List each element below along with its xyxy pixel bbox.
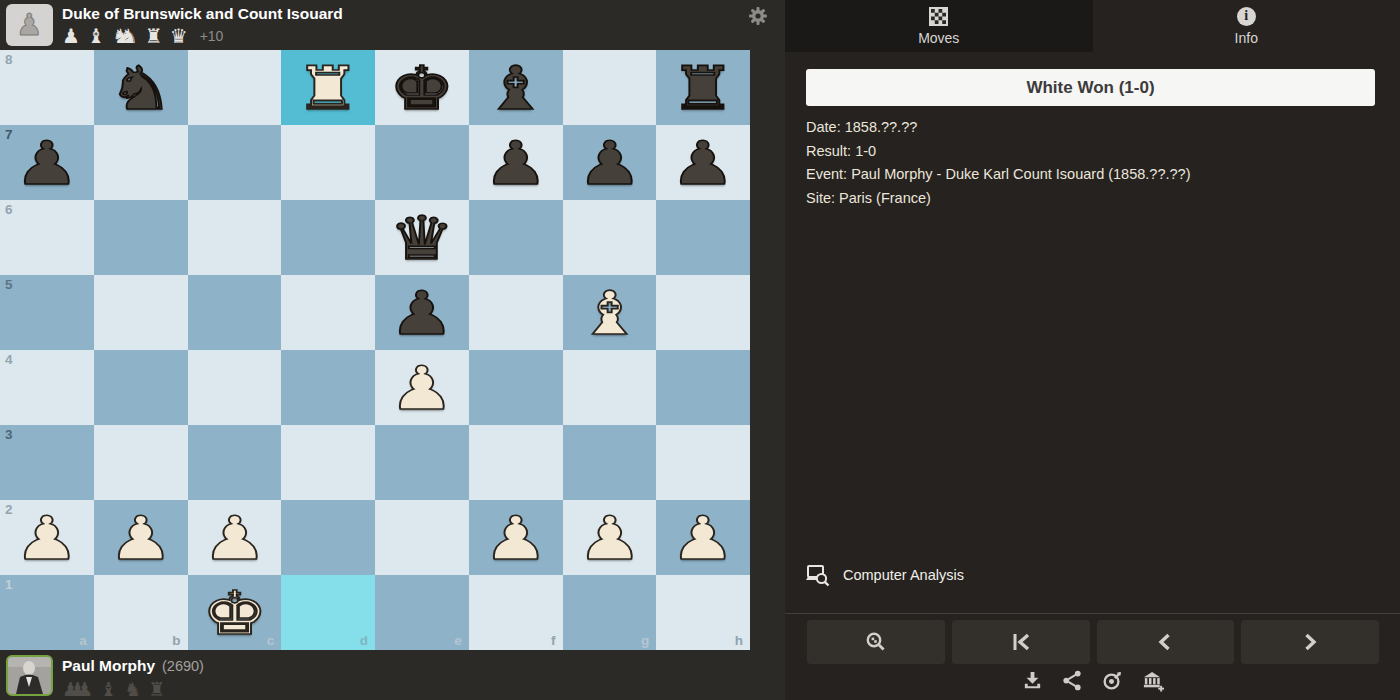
- square-f1[interactable]: f: [469, 575, 563, 650]
- board-area: ♟ Duke of Brunswick and Count Isouard ♟♝…: [0, 0, 785, 700]
- captured-knight-x2: ♞♞: [112, 26, 138, 46]
- square-f6[interactable]: [469, 200, 563, 275]
- download-icon[interactable]: [1021, 668, 1045, 692]
- square-d4[interactable]: [281, 350, 375, 425]
- game-info-list: Date: 1858.??.??Result: 1-0Event: Paul M…: [806, 116, 1386, 210]
- square-e1[interactable]: e: [375, 575, 469, 650]
- square-a5[interactable]: 5: [0, 275, 94, 350]
- file-label-e: e: [454, 633, 462, 648]
- piece-white-pawn[interactable]: ♟: [646, 500, 760, 575]
- chevron-right-icon: [1298, 630, 1322, 654]
- square-d7[interactable]: [281, 125, 375, 200]
- square-a6[interactable]: 6: [0, 200, 94, 275]
- square-f8[interactable]: ♝: [469, 50, 563, 125]
- square-a2[interactable]: 2♟: [0, 500, 94, 575]
- checkerboard-icon: [929, 7, 948, 26]
- rank-label-6: 6: [5, 202, 13, 217]
- square-a3[interactable]: 3: [0, 425, 94, 500]
- square-g4[interactable]: [563, 350, 657, 425]
- square-c4[interactable]: [188, 350, 282, 425]
- file-label-h: h: [735, 633, 743, 648]
- square-g6[interactable]: [563, 200, 657, 275]
- square-h1[interactable]: h: [656, 575, 750, 650]
- square-g5[interactable]: ♝: [563, 275, 657, 350]
- square-e5[interactable]: ♟: [375, 275, 469, 350]
- pawn-avatar-icon: ♟: [16, 10, 43, 40]
- captured-knight: ♞: [124, 680, 141, 699]
- bottom-player-rating: (2690): [162, 658, 204, 674]
- square-c2[interactable]: ♟: [188, 500, 282, 575]
- top-player-bar: ♟ Duke of Brunswick and Count Isouard ♟♝…: [0, 0, 785, 50]
- square-a1[interactable]: 1a: [0, 575, 94, 650]
- square-h6[interactable]: [656, 200, 750, 275]
- square-f4[interactable]: [469, 350, 563, 425]
- top-player-captured-pieces: ♟♝♞♞♜♛+10: [62, 24, 223, 48]
- square-c1[interactable]: c♚: [188, 575, 282, 650]
- action-icons-row: [785, 668, 1400, 692]
- square-h3[interactable]: [656, 425, 750, 500]
- bottom-player-bar: Paul Morphy(2690) ♟♟♟♝♞♜: [0, 650, 785, 700]
- move-navigation: [807, 620, 1379, 664]
- piece-black-knight[interactable]: ♞: [83, 50, 197, 125]
- square-f2[interactable]: ♟: [469, 500, 563, 575]
- material-advantage: +10: [200, 28, 224, 44]
- piece-white-king[interactable]: ♚: [177, 575, 291, 650]
- piece-white-bishop[interactable]: ♝: [552, 275, 666, 350]
- file-label-a: a: [79, 633, 87, 648]
- piece-black-queen[interactable]: ♛: [365, 200, 479, 275]
- piece-black-pawn[interactable]: ♟: [646, 125, 760, 200]
- chevron-left-icon: [1153, 630, 1177, 654]
- share-icon[interactable]: [1061, 668, 1085, 692]
- square-c5[interactable]: [188, 275, 282, 350]
- info-row-1: Result: 1-0: [806, 140, 1386, 164]
- tab-info[interactable]: i Info: [1093, 0, 1400, 52]
- square-b5[interactable]: [94, 275, 188, 350]
- square-a7[interactable]: 7♟: [0, 125, 94, 200]
- chess-board: 8♞♜♚♝♜7♟♟♟♟6♛5♟♝4♟32♟♟♟♟♟♟1abc♚defgh: [0, 50, 750, 650]
- square-f3[interactable]: [469, 425, 563, 500]
- piece-white-pawn[interactable]: ♟: [177, 500, 291, 575]
- square-h8[interactable]: ♜: [656, 50, 750, 125]
- piece-black-pawn[interactable]: ♟: [365, 275, 479, 350]
- square-c8[interactable]: [188, 50, 282, 125]
- rank-label-8: 8: [5, 52, 13, 67]
- side-panel: Moves i Info White Won (1-0) Date: 1858.…: [785, 0, 1400, 700]
- square-c7[interactable]: [188, 125, 282, 200]
- tab-moves[interactable]: Moves: [785, 0, 1093, 52]
- info-row-0: Date: 1858.??.??: [806, 116, 1386, 140]
- square-b1[interactable]: b: [94, 575, 188, 650]
- bottom-player-name: Paul Morphy(2690): [62, 657, 204, 675]
- info-row-2: Event: Paul Morphy - Duke Karl Count Iso…: [806, 163, 1386, 187]
- captured-queen: ♛: [170, 26, 188, 46]
- tab-moves-label: Moves: [918, 30, 959, 46]
- square-c3[interactable]: [188, 425, 282, 500]
- info-row-3: Site: Paris (France): [806, 187, 1386, 211]
- analysis-board-button[interactable]: [807, 620, 945, 664]
- square-h7[interactable]: ♟: [656, 125, 750, 200]
- rank-label-1: 1: [5, 577, 13, 592]
- file-label-f: f: [551, 633, 556, 648]
- rank-label-4: 4: [5, 352, 13, 367]
- bottom-player-avatar[interactable]: [6, 655, 53, 696]
- square-b6[interactable]: [94, 200, 188, 275]
- bank-add-icon[interactable]: [1141, 668, 1165, 692]
- result-banner: White Won (1-0): [806, 69, 1375, 106]
- computer-analysis-link[interactable]: Computer Analysis: [805, 561, 964, 589]
- square-e2[interactable]: [375, 500, 469, 575]
- next-move-button[interactable]: [1241, 620, 1379, 664]
- square-g7[interactable]: ♟: [563, 125, 657, 200]
- top-player-name: Duke of Brunswick and Count Isouard: [62, 5, 343, 23]
- piece-black-bishop[interactable]: ♝: [458, 50, 572, 125]
- square-f7[interactable]: ♟: [469, 125, 563, 200]
- square-a8[interactable]: 8: [0, 50, 94, 125]
- square-g8[interactable]: [563, 50, 657, 125]
- previous-move-button[interactable]: [1097, 620, 1235, 664]
- square-d1[interactable]: d: [281, 575, 375, 650]
- computer-analysis-icon: [805, 564, 832, 587]
- square-d3[interactable]: [281, 425, 375, 500]
- square-e7[interactable]: [375, 125, 469, 200]
- square-d6[interactable]: [281, 200, 375, 275]
- rank-label-5: 5: [5, 277, 13, 292]
- magnifier-icon: [864, 630, 888, 654]
- square-g1[interactable]: g: [563, 575, 657, 650]
- square-h4[interactable]: [656, 350, 750, 425]
- square-b7[interactable]: [94, 125, 188, 200]
- square-d8[interactable]: ♜: [281, 50, 375, 125]
- square-c6[interactable]: [188, 200, 282, 275]
- square-b4[interactable]: [94, 350, 188, 425]
- square-b2[interactable]: ♟: [94, 500, 188, 575]
- captured-pawn: ♟: [62, 26, 80, 46]
- file-label-d: d: [360, 633, 368, 648]
- info-icon: i: [1237, 7, 1256, 26]
- captured-pawn-x3: ♟♟♟: [62, 680, 93, 699]
- captured-rook: ♜: [145, 26, 163, 46]
- square-e4[interactable]: ♟: [375, 350, 469, 425]
- piece-black-rook[interactable]: ♜: [646, 50, 760, 125]
- captured-rook: ♜: [148, 680, 165, 699]
- piece-black-pawn[interactable]: ♟: [0, 125, 104, 200]
- square-d2[interactable]: [281, 500, 375, 575]
- computer-analysis-label: Computer Analysis: [843, 567, 964, 583]
- panel-divider: [785, 613, 1400, 614]
- square-d5[interactable]: [281, 275, 375, 350]
- piece-white-pawn[interactable]: ♟: [365, 350, 479, 425]
- bottom-player-captured-pieces: ♟♟♟♝♞♜: [62, 677, 172, 700]
- gear-icon[interactable]: [748, 6, 768, 26]
- square-e6[interactable]: ♛: [375, 200, 469, 275]
- square-a4[interactable]: 4: [0, 350, 94, 425]
- tab-info-label: Info: [1235, 30, 1258, 46]
- square-h2[interactable]: ♟: [656, 500, 750, 575]
- captured-bishop: ♝: [100, 680, 117, 699]
- square-b3[interactable]: [94, 425, 188, 500]
- square-e8[interactable]: ♚: [375, 50, 469, 125]
- skip-to-start-button[interactable]: [952, 620, 1090, 664]
- skip-to-start-icon: [1009, 630, 1033, 654]
- top-player-avatar[interactable]: ♟: [6, 4, 53, 46]
- square-f5[interactable]: [469, 275, 563, 350]
- square-g3[interactable]: [563, 425, 657, 500]
- panel-tabs: Moves i Info: [785, 0, 1400, 52]
- square-b8[interactable]: ♞: [94, 50, 188, 125]
- square-e3[interactable]: [375, 425, 469, 500]
- square-g2[interactable]: ♟: [563, 500, 657, 575]
- captured-bishop: ♝: [87, 26, 105, 46]
- square-h5[interactable]: [656, 275, 750, 350]
- rank-label-3: 3: [5, 427, 13, 442]
- target-icon[interactable]: [1101, 668, 1125, 692]
- file-label-g: g: [641, 633, 649, 648]
